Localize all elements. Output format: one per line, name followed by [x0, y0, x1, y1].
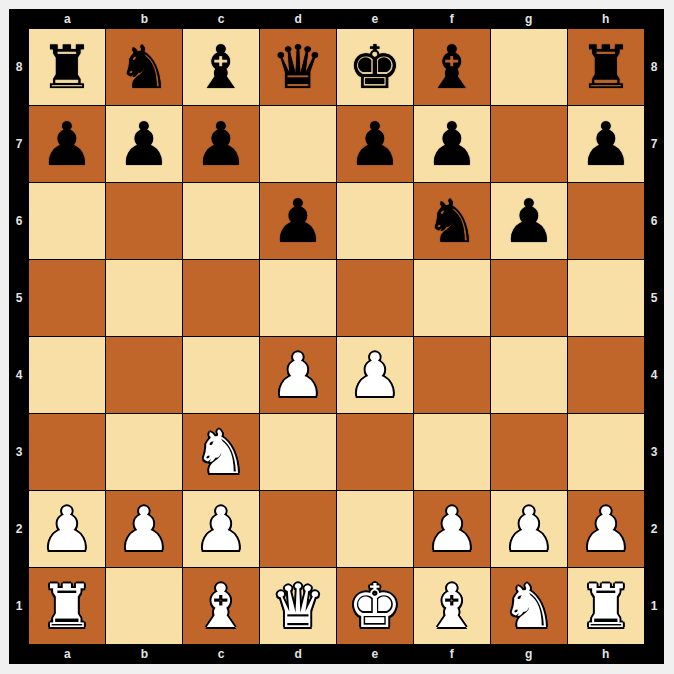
piece-black-pawn[interactable]: ♟ [579, 106, 633, 182]
square-b5[interactable] [106, 260, 182, 336]
rank-label-1: 1 [644, 567, 664, 644]
piece-black-pawn[interactable]: ♟ [194, 106, 248, 182]
piece-black-bishop[interactable]: ♝ [425, 29, 479, 105]
rank-labels-left: 87654321 [9, 29, 29, 644]
piece-white-rook[interactable]: ♜ [579, 568, 633, 644]
chess-app: abcdefgh abcdefgh 87654321 87654321 ♜♞♝♛… [0, 0, 674, 674]
square-g5[interactable] [491, 260, 567, 336]
square-h8[interactable]: ♜ [568, 29, 644, 105]
square-h3[interactable] [568, 414, 644, 490]
file-label-e: e [337, 644, 414, 664]
square-a2[interactable]: ♟ [29, 491, 105, 567]
file-label-f: f [413, 9, 490, 29]
rank-label-6: 6 [644, 183, 664, 260]
piece-white-pawn[interactable]: ♟ [502, 491, 556, 567]
rank-label-2: 2 [9, 490, 29, 567]
square-e8[interactable]: ♚ [337, 29, 413, 105]
square-g2[interactable]: ♟ [491, 491, 567, 567]
piece-black-knight[interactable]: ♞ [425, 183, 479, 259]
square-c6[interactable] [183, 183, 259, 259]
file-label-c: c [183, 644, 260, 664]
piece-white-bishop[interactable]: ♝ [194, 568, 248, 644]
piece-white-pawn[interactable]: ♟ [271, 337, 325, 413]
squares-grid: ♜♞♝♛♚♝♜♟♟♟♟♟♟♟♞♟♟♟♞♟♟♟♟♟♟♜♝♛♚♝♞♜ [29, 29, 644, 644]
square-e4[interactable]: ♟ [337, 337, 413, 413]
file-label-a: a [29, 9, 106, 29]
square-e2[interactable] [337, 491, 413, 567]
rank-label-6: 6 [9, 183, 29, 260]
square-g7[interactable] [491, 106, 567, 182]
piece-black-pawn[interactable]: ♟ [271, 183, 325, 259]
file-label-g: g [490, 644, 567, 664]
file-label-a: a [29, 644, 106, 664]
square-a8[interactable]: ♜ [29, 29, 105, 105]
piece-black-pawn[interactable]: ♟ [425, 106, 479, 182]
square-e3[interactable] [337, 414, 413, 490]
piece-black-pawn[interactable]: ♟ [40, 106, 94, 182]
rank-label-7: 7 [644, 106, 664, 183]
square-g4[interactable] [491, 337, 567, 413]
file-label-h: h [567, 9, 644, 29]
square-f2[interactable]: ♟ [414, 491, 490, 567]
piece-white-pawn[interactable]: ♟ [579, 491, 633, 567]
square-d7[interactable] [260, 106, 336, 182]
square-b6[interactable] [106, 183, 182, 259]
square-g3[interactable] [491, 414, 567, 490]
square-f5[interactable] [414, 260, 490, 336]
square-d2[interactable] [260, 491, 336, 567]
square-f1[interactable]: ♝ [414, 568, 490, 644]
square-f8[interactable]: ♝ [414, 29, 490, 105]
piece-white-pawn[interactable]: ♟ [348, 337, 402, 413]
square-d1[interactable]: ♛ [260, 568, 336, 644]
square-f3[interactable] [414, 414, 490, 490]
rank-label-3: 3 [9, 413, 29, 490]
square-a7[interactable]: ♟ [29, 106, 105, 182]
square-c1[interactable]: ♝ [183, 568, 259, 644]
square-h7[interactable]: ♟ [568, 106, 644, 182]
square-b4[interactable] [106, 337, 182, 413]
square-b2[interactable]: ♟ [106, 491, 182, 567]
square-f7[interactable]: ♟ [414, 106, 490, 182]
square-h5[interactable] [568, 260, 644, 336]
square-a6[interactable] [29, 183, 105, 259]
piece-black-pawn[interactable]: ♟ [117, 106, 171, 182]
file-label-d: d [260, 644, 337, 664]
square-b3[interactable] [106, 414, 182, 490]
piece-black-knight[interactable]: ♞ [117, 29, 171, 105]
square-h2[interactable]: ♟ [568, 491, 644, 567]
rank-label-4: 4 [644, 337, 664, 414]
rank-label-8: 8 [9, 29, 29, 106]
square-d3[interactable] [260, 414, 336, 490]
piece-white-pawn[interactable]: ♟ [40, 491, 94, 567]
piece-white-pawn[interactable]: ♟ [117, 491, 171, 567]
rank-label-2: 2 [644, 490, 664, 567]
piece-white-queen[interactable]: ♛ [271, 568, 325, 644]
piece-white-pawn[interactable]: ♟ [425, 491, 479, 567]
square-b7[interactable]: ♟ [106, 106, 182, 182]
square-c2[interactable]: ♟ [183, 491, 259, 567]
file-labels-bottom: abcdefgh [29, 644, 644, 664]
file-label-e: e [337, 9, 414, 29]
square-h6[interactable] [568, 183, 644, 259]
square-e7[interactable]: ♟ [337, 106, 413, 182]
file-label-d: d [260, 9, 337, 29]
square-c5[interactable] [183, 260, 259, 336]
file-label-b: b [106, 644, 183, 664]
piece-white-pawn[interactable]: ♟ [194, 491, 248, 567]
square-f6[interactable]: ♞ [414, 183, 490, 259]
piece-white-knight[interactable]: ♞ [194, 414, 248, 490]
square-d5[interactable] [260, 260, 336, 336]
rank-label-4: 4 [9, 337, 29, 414]
square-g6[interactable]: ♟ [491, 183, 567, 259]
square-c7[interactable]: ♟ [183, 106, 259, 182]
piece-black-rook[interactable]: ♜ [579, 29, 633, 105]
square-e6[interactable] [337, 183, 413, 259]
square-g1[interactable]: ♞ [491, 568, 567, 644]
square-b1[interactable] [106, 568, 182, 644]
rank-label-7: 7 [9, 106, 29, 183]
rank-label-3: 3 [644, 413, 664, 490]
square-c4[interactable] [183, 337, 259, 413]
square-c3[interactable]: ♞ [183, 414, 259, 490]
square-h1[interactable]: ♜ [568, 568, 644, 644]
square-a4[interactable] [29, 337, 105, 413]
piece-white-knight[interactable]: ♞ [502, 568, 556, 644]
rank-label-5: 5 [9, 260, 29, 337]
rank-label-5: 5 [644, 260, 664, 337]
rank-labels-right: 87654321 [644, 29, 664, 644]
piece-black-bishop[interactable]: ♝ [194, 29, 248, 105]
square-c8[interactable]: ♝ [183, 29, 259, 105]
piece-white-king[interactable]: ♚ [348, 568, 402, 644]
square-e1[interactable]: ♚ [337, 568, 413, 644]
rank-label-1: 1 [9, 567, 29, 644]
piece-black-pawn[interactable]: ♟ [348, 106, 402, 182]
rank-label-8: 8 [644, 29, 664, 106]
square-d6[interactable]: ♟ [260, 183, 336, 259]
square-a3[interactable] [29, 414, 105, 490]
file-label-b: b [106, 9, 183, 29]
file-labels-top: abcdefgh [29, 9, 644, 29]
square-b8[interactable]: ♞ [106, 29, 182, 105]
square-h4[interactable] [568, 337, 644, 413]
file-label-h: h [567, 644, 644, 664]
file-label-g: g [490, 9, 567, 29]
file-label-f: f [413, 644, 490, 664]
piece-black-king[interactable]: ♚ [348, 29, 402, 105]
square-a1[interactable]: ♜ [29, 568, 105, 644]
chess-board: abcdefgh abcdefgh 87654321 87654321 ♜♞♝♛… [9, 9, 664, 664]
square-f4[interactable] [414, 337, 490, 413]
file-label-c: c [183, 9, 260, 29]
square-d4[interactable]: ♟ [260, 337, 336, 413]
piece-black-queen[interactable]: ♛ [271, 29, 325, 105]
square-d8[interactable]: ♛ [260, 29, 336, 105]
square-g8[interactable] [491, 29, 567, 105]
piece-white-rook[interactable]: ♜ [40, 568, 94, 644]
square-e5[interactable] [337, 260, 413, 336]
piece-black-pawn[interactable]: ♟ [502, 183, 556, 259]
piece-white-bishop[interactable]: ♝ [425, 568, 479, 644]
square-a5[interactable] [29, 260, 105, 336]
piece-black-rook[interactable]: ♜ [40, 29, 94, 105]
